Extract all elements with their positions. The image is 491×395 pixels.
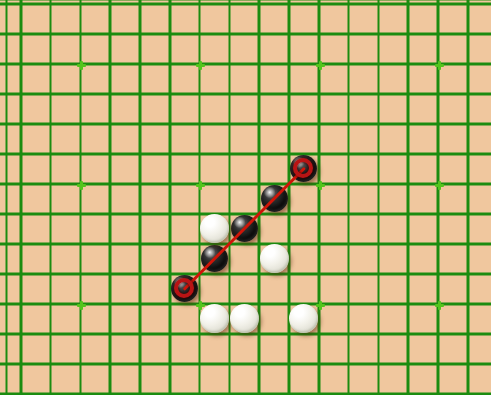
star-point [77, 61, 86, 70]
star-point [316, 181, 325, 190]
black-stone [290, 155, 317, 182]
black-stone [171, 275, 198, 302]
star-point [435, 181, 444, 190]
black-stone [201, 245, 228, 272]
white-stone [200, 304, 229, 333]
white-stone [289, 304, 318, 333]
star-point [77, 181, 86, 190]
win-line-overlay [0, 0, 491, 395]
star-point [435, 61, 444, 70]
star-point [316, 61, 325, 70]
star-point [196, 61, 205, 70]
black-stone [261, 185, 288, 212]
white-stone [230, 304, 259, 333]
white-stone [260, 244, 289, 273]
gomoku-board[interactable] [0, 0, 491, 395]
star-point [196, 181, 205, 190]
star-point [77, 301, 86, 310]
white-stone [200, 214, 229, 243]
star-point [316, 301, 325, 310]
star-point [435, 301, 444, 310]
black-stone [231, 215, 258, 242]
